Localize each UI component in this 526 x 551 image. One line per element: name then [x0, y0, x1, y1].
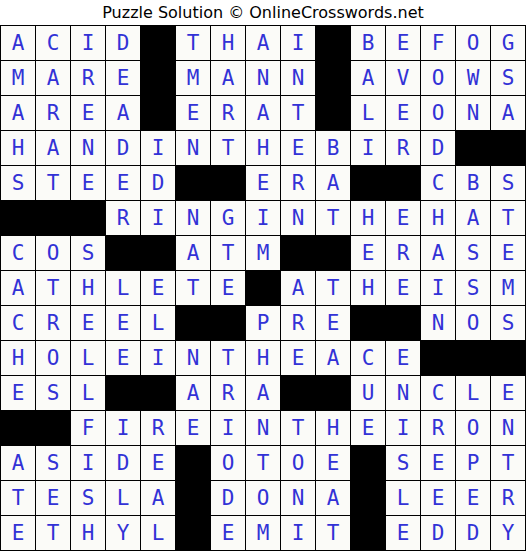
puzzle-solution-page: Puzzle Solution © OnlineCrosswords.net A… [0, 0, 526, 551]
letter-cell: A [1, 96, 35, 130]
letter-cell: A [421, 236, 455, 270]
letter-cell: T [491, 446, 525, 480]
letter-cell: R [281, 306, 315, 340]
letter-cell: L [456, 376, 490, 410]
letter-cell: L [351, 96, 385, 130]
letter-cell: O [456, 411, 490, 445]
black-cell [351, 306, 385, 340]
black-cell [351, 446, 385, 480]
letter-cell: R [71, 61, 105, 95]
black-cell [106, 236, 140, 270]
letter-cell: A [456, 201, 490, 235]
letter-cell: S [71, 481, 105, 515]
letter-cell: A [316, 341, 350, 375]
letter-cell: M [246, 516, 280, 550]
page-title: Puzzle Solution © OnlineCrosswords.net [0, 0, 526, 25]
letter-cell: T [176, 26, 210, 60]
letter-cell: E [351, 411, 385, 445]
black-cell [316, 26, 350, 60]
letter-cell: T [211, 131, 245, 165]
letter-cell: L [106, 271, 140, 305]
letter-cell: C [351, 341, 385, 375]
black-cell [141, 26, 175, 60]
letter-cell: S [386, 446, 420, 480]
letter-cell: A [176, 376, 210, 410]
letter-cell: S [36, 376, 70, 410]
letter-cell: E [386, 96, 420, 130]
letter-cell: F [71, 411, 105, 445]
letter-cell: I [106, 411, 140, 445]
letter-cell: E [36, 481, 70, 515]
letter-cell: M [176, 61, 210, 95]
letter-cell: O [281, 446, 315, 480]
letter-cell: T [211, 341, 245, 375]
black-cell [456, 131, 490, 165]
black-cell [141, 96, 175, 130]
letter-cell: E [386, 516, 420, 550]
letter-cell: D [106, 131, 140, 165]
letter-cell: A [211, 61, 245, 95]
letter-cell: D [106, 26, 140, 60]
letter-cell: A [1, 26, 35, 60]
letter-cell: R [141, 411, 175, 445]
letter-cell: H [71, 271, 105, 305]
letter-cell: B [456, 166, 490, 200]
letter-cell: G [491, 26, 525, 60]
letter-cell: O [421, 96, 455, 130]
letter-cell: D [106, 446, 140, 480]
black-cell [176, 516, 210, 550]
letter-cell: S [36, 446, 70, 480]
black-cell [176, 446, 210, 480]
black-cell [316, 236, 350, 270]
letter-cell: A [36, 61, 70, 95]
letter-cell: E [246, 166, 280, 200]
letter-cell: N [281, 481, 315, 515]
black-cell [71, 201, 105, 235]
letter-cell: L [71, 341, 105, 375]
letter-cell: I [71, 26, 105, 60]
letter-cell: D [456, 516, 490, 550]
letter-cell: S [456, 236, 490, 270]
letter-cell: A [36, 131, 70, 165]
letter-cell: T [36, 271, 70, 305]
letter-cell: O [36, 341, 70, 375]
letter-cell: L [71, 376, 105, 410]
black-cell [36, 201, 70, 235]
letter-cell: D [421, 131, 455, 165]
letter-cell: I [211, 411, 245, 445]
letter-cell: R [211, 96, 245, 130]
black-cell [316, 61, 350, 95]
letter-cell: O [211, 446, 245, 480]
letter-cell: T [281, 96, 315, 130]
letter-cell: A [1, 446, 35, 480]
letter-cell: E [456, 481, 490, 515]
letter-cell: D [421, 516, 455, 550]
letter-cell: R [491, 481, 525, 515]
letter-cell: A [1, 271, 35, 305]
black-cell [491, 341, 525, 375]
letter-cell: H [211, 26, 245, 60]
letter-cell: A [316, 481, 350, 515]
black-cell [316, 376, 350, 410]
black-cell [281, 236, 315, 270]
letter-cell: E [491, 376, 525, 410]
black-cell [386, 166, 420, 200]
letter-cell: E [421, 446, 455, 480]
letter-cell: A [246, 376, 280, 410]
letter-cell: A [106, 96, 140, 130]
letter-cell: W [456, 61, 490, 95]
black-cell [456, 341, 490, 375]
letter-cell: E [421, 481, 455, 515]
letter-cell: R [36, 96, 70, 130]
black-cell [281, 376, 315, 410]
letter-cell: E [386, 26, 420, 60]
letter-cell: R [386, 131, 420, 165]
letter-cell: N [246, 411, 280, 445]
letter-cell: R [106, 201, 140, 235]
letter-cell: I [281, 516, 315, 550]
letter-cell: I [281, 26, 315, 60]
letter-cell: H [421, 201, 455, 235]
letter-cell: H [316, 411, 350, 445]
letter-cell: A [351, 61, 385, 95]
black-cell [421, 341, 455, 375]
letter-cell: C [1, 306, 35, 340]
letter-cell: E [106, 61, 140, 95]
letter-cell: E [386, 341, 420, 375]
black-cell [141, 376, 175, 410]
letter-cell: E [176, 411, 210, 445]
letter-cell: E [1, 376, 35, 410]
letter-cell: L [106, 481, 140, 515]
letter-cell: D [211, 481, 245, 515]
letter-cell: M [1, 61, 35, 95]
letter-cell: L [386, 481, 420, 515]
letter-cell: C [36, 26, 70, 60]
letter-cell: S [1, 166, 35, 200]
letter-cell: Y [491, 516, 525, 550]
letter-cell: A [316, 166, 350, 200]
letter-cell: T [316, 201, 350, 235]
letter-cell: R [421, 411, 455, 445]
letter-cell: E [71, 306, 105, 340]
letter-cell: T [246, 446, 280, 480]
letter-cell: A [176, 236, 210, 270]
letter-cell: R [281, 166, 315, 200]
letter-cell: E [106, 341, 140, 375]
letter-cell: C [1, 236, 35, 270]
letter-cell: O [246, 481, 280, 515]
letter-cell: C [421, 166, 455, 200]
letter-cell: N [176, 341, 210, 375]
black-cell [351, 516, 385, 550]
letter-cell: E [281, 341, 315, 375]
black-cell [246, 271, 280, 305]
black-cell [141, 236, 175, 270]
black-cell [106, 376, 140, 410]
letter-cell: R [386, 236, 420, 270]
letter-cell: T [316, 271, 350, 305]
letter-cell: E [211, 271, 245, 305]
letter-cell: E [106, 306, 140, 340]
letter-cell: P [246, 306, 280, 340]
letter-cell: T [491, 201, 525, 235]
black-cell [351, 481, 385, 515]
letter-cell: N [246, 61, 280, 95]
letter-cell: E [386, 271, 420, 305]
letter-cell: H [1, 341, 35, 375]
letter-cell: V [386, 61, 420, 95]
letter-cell: N [176, 131, 210, 165]
black-cell [211, 306, 245, 340]
letter-cell: T [316, 516, 350, 550]
letter-cell: D [141, 166, 175, 200]
letter-cell: I [351, 131, 385, 165]
letter-cell: S [491, 306, 525, 340]
letter-cell: E [141, 271, 175, 305]
letter-cell: T [211, 236, 245, 270]
letter-cell: R [211, 376, 245, 410]
letter-cell: N [386, 376, 420, 410]
letter-cell: S [456, 271, 490, 305]
letter-cell: N [176, 201, 210, 235]
letter-cell: H [246, 341, 280, 375]
letter-cell: S [491, 61, 525, 95]
letter-cell: E [71, 96, 105, 130]
letter-cell: E [351, 236, 385, 270]
black-cell [176, 306, 210, 340]
letter-cell: H [246, 131, 280, 165]
letter-cell: N [491, 411, 525, 445]
letter-cell: B [351, 26, 385, 60]
letter-cell: L [141, 516, 175, 550]
letter-cell: P [456, 446, 490, 480]
letter-cell: T [1, 481, 35, 515]
letter-cell: O [456, 306, 490, 340]
black-cell [386, 306, 420, 340]
black-cell [176, 481, 210, 515]
black-cell [1, 411, 35, 445]
letter-cell: I [421, 271, 455, 305]
crossword-grid: ACIDTHAIBEFOGMAREMANNAVOWSAREAERATLEONAH… [0, 25, 526, 551]
letter-cell: G [211, 201, 245, 235]
letter-cell: C [421, 376, 455, 410]
black-cell [36, 411, 70, 445]
letter-cell: I [386, 411, 420, 445]
letter-cell: A [491, 96, 525, 130]
black-cell [176, 166, 210, 200]
letter-cell: E [106, 166, 140, 200]
letter-cell: O [36, 236, 70, 270]
letter-cell: B [316, 131, 350, 165]
letter-cell: T [36, 516, 70, 550]
black-cell [491, 131, 525, 165]
letter-cell: I [141, 201, 175, 235]
letter-cell: E [316, 446, 350, 480]
letter-cell: T [176, 271, 210, 305]
letter-cell: E [386, 201, 420, 235]
letter-cell: N [281, 61, 315, 95]
letter-cell: E [176, 96, 210, 130]
letter-cell: H [1, 131, 35, 165]
letter-cell: T [36, 166, 70, 200]
letter-cell: R [36, 306, 70, 340]
letter-cell: E [211, 516, 245, 550]
letter-cell: I [141, 341, 175, 375]
letter-cell: F [421, 26, 455, 60]
letter-cell: E [71, 166, 105, 200]
letter-cell: E [141, 446, 175, 480]
black-cell [351, 166, 385, 200]
letter-cell: N [421, 306, 455, 340]
letter-cell: E [1, 516, 35, 550]
letter-cell: I [71, 446, 105, 480]
black-cell [141, 61, 175, 95]
letter-cell: M [491, 271, 525, 305]
letter-cell: A [246, 26, 280, 60]
letter-cell: N [71, 131, 105, 165]
letter-cell: I [246, 201, 280, 235]
letter-cell: A [246, 96, 280, 130]
letter-cell: S [71, 236, 105, 270]
letter-cell: E [491, 236, 525, 270]
letter-cell: I [141, 131, 175, 165]
letter-cell: T [281, 411, 315, 445]
letter-cell: Y [106, 516, 140, 550]
letter-cell: S [491, 166, 525, 200]
letter-cell: H [71, 516, 105, 550]
letter-cell: O [456, 26, 490, 60]
letter-cell: A [281, 271, 315, 305]
letter-cell: U [351, 376, 385, 410]
letter-cell: M [246, 236, 280, 270]
letter-cell: E [316, 306, 350, 340]
letter-cell: H [351, 271, 385, 305]
letter-cell: O [421, 61, 455, 95]
letter-cell: A [141, 481, 175, 515]
letter-cell: L [141, 306, 175, 340]
black-cell [1, 201, 35, 235]
letter-cell: E [281, 131, 315, 165]
black-cell [316, 96, 350, 130]
letter-cell: N [281, 201, 315, 235]
letter-cell: H [351, 201, 385, 235]
black-cell [211, 166, 245, 200]
letter-cell: N [456, 96, 490, 130]
